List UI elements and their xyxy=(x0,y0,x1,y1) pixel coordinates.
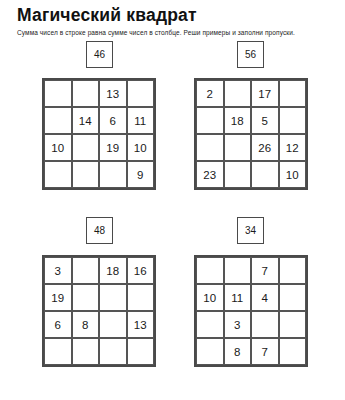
grid-cell-given: 18 xyxy=(224,107,252,134)
grid-cell-given: 16 xyxy=(127,257,155,284)
grid-cell-empty[interactable] xyxy=(72,284,100,311)
grid-cell-given: 7 xyxy=(251,338,279,365)
grid-cell-empty[interactable] xyxy=(196,134,224,161)
grid-cell-empty[interactable] xyxy=(99,161,127,188)
grid-cell-empty[interactable] xyxy=(99,284,127,311)
worksheet-page: Магический квадрат Сумма чисел в строке … xyxy=(0,0,345,400)
target-sum-box-2: 56 xyxy=(237,41,264,68)
magic-square-grid-4: 710114387 xyxy=(194,255,308,367)
grid-cell-given: 6 xyxy=(99,107,127,134)
grid-cell-given: 14 xyxy=(72,107,100,134)
grid-cell-empty[interactable] xyxy=(196,257,224,284)
grid-cell-empty[interactable] xyxy=(279,311,307,338)
grid-cell-empty[interactable] xyxy=(279,284,307,311)
page-title: Магический квадрат xyxy=(17,5,197,26)
grid-cell-given: 6 xyxy=(44,311,72,338)
grid-cell-empty[interactable] xyxy=(251,311,279,338)
magic-square-grid-3: 31816196813 xyxy=(42,255,156,367)
grid-cell-empty[interactable] xyxy=(224,161,252,188)
target-sum-value: 46 xyxy=(94,49,105,60)
grid-cell-empty[interactable] xyxy=(72,161,100,188)
grid-cell-given: 12 xyxy=(279,134,307,161)
grid-cell-empty[interactable] xyxy=(196,338,224,365)
grid-cell-empty[interactable] xyxy=(224,134,252,161)
grid-cell-empty[interactable] xyxy=(99,311,127,338)
target-sum-value: 56 xyxy=(245,49,256,60)
grid-cell-given: 10 xyxy=(279,161,307,188)
grid-cell-given: 13 xyxy=(127,311,155,338)
grid-cell-empty[interactable] xyxy=(44,80,72,107)
grid-cell-empty[interactable] xyxy=(127,80,155,107)
grid-cell-empty[interactable] xyxy=(279,257,307,284)
grid-cell-empty[interactable] xyxy=(44,338,72,365)
grid-cell-given: 10 xyxy=(44,134,72,161)
grid-cell-empty[interactable] xyxy=(196,107,224,134)
target-sum-value: 48 xyxy=(94,225,105,236)
grid-cell-given: 2 xyxy=(196,80,224,107)
grid-cell-empty[interactable] xyxy=(127,284,155,311)
grid-cell-given: 5 xyxy=(251,107,279,134)
target-sum-box-3: 48 xyxy=(86,217,113,244)
grid-cell-given: 8 xyxy=(72,311,100,338)
grid-cell-given: 23 xyxy=(196,161,224,188)
grid-cell-given: 8 xyxy=(224,338,252,365)
grid-cell-empty[interactable] xyxy=(279,338,307,365)
grid-cell-given: 11 xyxy=(127,107,155,134)
grid-cell-empty[interactable] xyxy=(72,80,100,107)
grid-cell-given: 19 xyxy=(44,284,72,311)
grid-cell-empty[interactable] xyxy=(224,80,252,107)
grid-cell-given: 19 xyxy=(99,134,127,161)
grid-cell-empty[interactable] xyxy=(72,134,100,161)
magic-square-grid-2: 21718526122310 xyxy=(194,78,308,190)
grid-cell-given: 18 xyxy=(99,257,127,284)
grid-cell-empty[interactable] xyxy=(99,338,127,365)
grid-cell-given: 11 xyxy=(224,284,252,311)
grid-cell-empty[interactable] xyxy=(72,257,100,284)
magic-square-grid-1: 13146111019109 xyxy=(42,78,156,190)
grid-cell-empty[interactable] xyxy=(224,257,252,284)
grid-cell-empty[interactable] xyxy=(127,338,155,365)
grid-cell-given: 10 xyxy=(196,284,224,311)
grid-cell-empty[interactable] xyxy=(44,161,72,188)
grid-cell-given: 4 xyxy=(251,284,279,311)
grid-cell-given: 9 xyxy=(127,161,155,188)
grid-cell-given: 13 xyxy=(99,80,127,107)
grid-cell-given: 17 xyxy=(251,80,279,107)
grid-cell-empty[interactable] xyxy=(72,338,100,365)
target-sum-box-1: 46 xyxy=(86,41,113,68)
instructions-text: Сумма чисел в строке равна сумме чисел в… xyxy=(17,29,295,36)
grid-cell-empty[interactable] xyxy=(196,311,224,338)
grid-cell-given: 10 xyxy=(127,134,155,161)
grid-cell-empty[interactable] xyxy=(279,80,307,107)
grid-cell-empty[interactable] xyxy=(251,161,279,188)
target-sum-box-4: 34 xyxy=(237,217,264,244)
grid-cell-given: 7 xyxy=(251,257,279,284)
grid-cell-empty[interactable] xyxy=(44,107,72,134)
grid-cell-empty[interactable] xyxy=(279,107,307,134)
grid-cell-given: 3 xyxy=(44,257,72,284)
grid-cell-given: 26 xyxy=(251,134,279,161)
grid-cell-given: 3 xyxy=(224,311,252,338)
target-sum-value: 34 xyxy=(245,225,256,236)
